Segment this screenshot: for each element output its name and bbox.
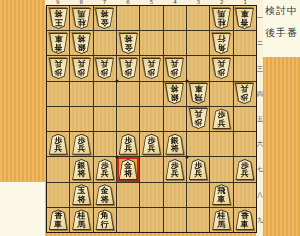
- shogi-piece-66-sente[interactable]: 歩 兵: [119, 134, 138, 155]
- board-cell[interactable]: 歩 兵: [70, 132, 92, 156]
- board-cell[interactable]: [234, 107, 256, 131]
- hoshi-dot: [115, 155, 118, 158]
- piece-kanji: 銀 将: [72, 159, 91, 180]
- piece-kanji: 角 行: [212, 33, 231, 54]
- board-cell[interactable]: [210, 132, 232, 156]
- piece-kanji: 玉 将: [72, 184, 91, 205]
- board-cell[interactable]: [117, 208, 139, 232]
- piece-kanji: 歩 兵: [95, 159, 114, 180]
- board-cell[interactable]: 歩 兵: [164, 56, 186, 80]
- piece-kanji: 桂 馬: [72, 8, 91, 29]
- piece-kanji: 飛 車: [212, 184, 231, 205]
- board-cell[interactable]: 香 車: [47, 31, 69, 55]
- board-cell[interactable]: 歩 兵: [94, 157, 116, 181]
- shogi-piece-14-gote[interactable]: 歩 兵: [235, 83, 254, 104]
- piece-kanji: 金 将: [119, 159, 138, 180]
- board-cell[interactable]: 銀 将: [164, 82, 186, 106]
- piece-kanji: 歩 兵: [165, 159, 184, 180]
- board-cell[interactable]: 桂 馬: [70, 208, 92, 232]
- shogi-piece-53-gote[interactable]: 歩 兵: [142, 58, 161, 79]
- rank-label: 五: [257, 107, 263, 132]
- rank-labels: 一二三四五六七八九: [257, 6, 263, 233]
- piece-kanji: 歩 兵: [119, 58, 138, 79]
- piece-kanji: 歩 兵: [49, 58, 68, 79]
- shogi-piece-96-sente[interactable]: 歩 兵: [49, 134, 68, 155]
- board-cell[interactable]: 王 将: [47, 6, 69, 30]
- shogi-piece-19-sente[interactable]: 香 車: [235, 209, 254, 230]
- board-cell[interactable]: [117, 107, 139, 131]
- board-cell[interactable]: [234, 183, 256, 207]
- board-cell[interactable]: [210, 82, 232, 106]
- shogi-piece-77-sente[interactable]: 歩 兵: [95, 159, 114, 180]
- board-cell[interactable]: 金 将: [117, 31, 139, 55]
- shogi-piece-91-gote[interactable]: 王 将: [49, 8, 68, 29]
- board-cell[interactable]: [234, 132, 256, 156]
- rank-label: 八: [257, 183, 263, 208]
- turn-indicator-label: 後手番: [265, 27, 298, 39]
- piece-kanji: 香 車: [235, 8, 254, 29]
- board-cell[interactable]: [94, 132, 116, 156]
- rank-label: 六: [257, 132, 263, 157]
- bottom-left-panel: [0, 182, 45, 236]
- board-cell[interactable]: [187, 56, 209, 80]
- board-cell[interactable]: [117, 183, 139, 207]
- piece-kanji: 歩 兵: [165, 58, 184, 79]
- shogi-piece-21-gote[interactable]: 桂 馬: [212, 8, 231, 29]
- board-cell[interactable]: [140, 157, 162, 181]
- board-cell[interactable]: 銀 将: [164, 132, 186, 156]
- board-cell[interactable]: [234, 56, 256, 80]
- board-cell[interactable]: 銀 将: [70, 31, 92, 55]
- shogi-piece-89-sente[interactable]: 桂 馬: [72, 209, 91, 230]
- shogi-piece-86-sente[interactable]: 歩 兵: [72, 134, 91, 155]
- piece-kanji: 歩 兵: [49, 134, 68, 155]
- board-cell[interactable]: [94, 82, 116, 106]
- board-cell[interactable]: [164, 6, 186, 30]
- board-cell[interactable]: 歩 兵: [47, 56, 69, 80]
- piece-kanji: 歩 兵: [235, 83, 254, 104]
- piece-kanji: 歩 兵: [212, 108, 231, 129]
- piece-kanji: 香 車: [49, 33, 68, 54]
- shogi-piece-92-gote[interactable]: 香 車: [49, 33, 68, 54]
- board-cell[interactable]: 玉 将: [70, 183, 92, 207]
- shogi-piece-28-sente[interactable]: 飛 車: [212, 184, 231, 205]
- board-cell[interactable]: 角 行: [94, 208, 116, 232]
- shogi-piece-87-sente[interactable]: 銀 将: [72, 159, 91, 180]
- board-cell[interactable]: 歩 兵: [117, 132, 139, 156]
- shogi-piece-29-sente[interactable]: 桂 馬: [212, 209, 231, 230]
- shogi-piece-17-sente[interactable]: 歩 兵: [235, 159, 254, 180]
- board-cell[interactable]: 歩 兵: [210, 107, 232, 131]
- board-cell[interactable]: 香 車: [47, 208, 69, 232]
- shogi-piece-67-sente[interactable]: 金 将: [119, 159, 138, 180]
- board-cell[interactable]: [47, 82, 69, 106]
- piece-kanji: 桂 馬: [72, 209, 91, 230]
- board-cell[interactable]: [164, 183, 186, 207]
- board-cell[interactable]: 歩 兵: [234, 82, 256, 106]
- piece-kanji: 香 車: [49, 209, 68, 230]
- rank-label: 三: [257, 56, 263, 81]
- shogi-piece-35-gote[interactable]: 歩 兵: [189, 108, 208, 129]
- board-cell[interactable]: [187, 6, 209, 30]
- shogi-piece-79-sente[interactable]: 角 行: [95, 209, 114, 230]
- piece-kanji: 香 車: [235, 209, 254, 230]
- board-cell[interactable]: 歩 兵: [140, 56, 162, 80]
- board-cell[interactable]: 歩 兵: [47, 132, 69, 156]
- shogi-piece-44-gote[interactable]: 銀 将: [165, 83, 184, 104]
- board-cell[interactable]: 香 車: [234, 208, 256, 232]
- shogi-piece-83-gote[interactable]: 歩 兵: [72, 58, 91, 79]
- piece-kanji: 歩 兵: [212, 58, 231, 79]
- piece-kanji: 飛 車: [189, 83, 208, 104]
- piece-kanji: 桂 馬: [212, 8, 231, 29]
- shogi-piece-34-gote[interactable]: 飛 車: [189, 83, 208, 104]
- board-cell[interactable]: [117, 6, 139, 30]
- piece-kanji: 歩 兵: [189, 108, 208, 129]
- shogi-piece-25-sente[interactable]: 歩 兵: [212, 108, 231, 129]
- board-cell[interactable]: 桂 馬: [210, 6, 232, 30]
- piece-kanji: 銀 将: [72, 33, 91, 54]
- shogi-piece-99-sente[interactable]: 香 車: [49, 209, 68, 230]
- board-cell[interactable]: [140, 208, 162, 232]
- piece-kanji: 金 将: [95, 184, 114, 205]
- piece-kanji: 歩 兵: [72, 58, 91, 79]
- board-cell[interactable]: [70, 82, 92, 106]
- board-cell[interactable]: 歩 兵: [140, 132, 162, 156]
- board-cell[interactable]: 金 将: [117, 157, 139, 181]
- board-cell[interactable]: [94, 31, 116, 55]
- board-cell[interactable]: [234, 31, 256, 55]
- board-cell[interactable]: [47, 183, 69, 207]
- board-cell[interactable]: 角 行: [210, 31, 232, 55]
- piece-kanji: 歩 兵: [189, 159, 208, 180]
- rank-label: 四: [257, 82, 263, 107]
- status-panel: 検討中 後手番: [263, 0, 300, 57]
- shogi-piece-43-gote[interactable]: 歩 兵: [165, 58, 184, 79]
- shogi-piece-93-gote[interactable]: 歩 兵: [49, 58, 68, 79]
- shogi-piece-22-gote[interactable]: 角 行: [212, 33, 231, 54]
- piece-kanji: 金 将: [95, 8, 114, 29]
- shogi-piece-73-gote[interactable]: 歩 兵: [95, 58, 114, 79]
- piece-kanji: 金 将: [119, 33, 138, 54]
- board-cell[interactable]: 歩 兵: [187, 157, 209, 181]
- shogi-piece-37-sente[interactable]: 歩 兵: [189, 159, 208, 180]
- shogi-piece-46-sente[interactable]: 銀 将: [165, 134, 184, 155]
- board-cell[interactable]: 歩 兵: [234, 157, 256, 181]
- shogi-board: 王 将桂 馬金 将桂 馬香 車香 車銀 将金 将角 行歩 兵歩 兵歩 兵歩 兵歩…: [46, 5, 257, 233]
- board-cell[interactable]: [117, 82, 139, 106]
- shogi-piece-82-gote[interactable]: 銀 将: [72, 33, 91, 54]
- piece-kanji: 歩 兵: [72, 134, 91, 155]
- board-cell[interactable]: [47, 107, 69, 131]
- shogi-piece-81-gote[interactable]: 桂 馬: [72, 8, 91, 29]
- hoshi-dot: [185, 80, 188, 83]
- piece-kanji: 王 将: [49, 8, 68, 29]
- board-cell[interactable]: 歩 兵: [164, 157, 186, 181]
- shogi-piece-78-sente[interactable]: 金 将: [95, 184, 114, 205]
- board-cell[interactable]: 飛 車: [187, 82, 209, 106]
- shogi-piece-11-gote[interactable]: 香 車: [235, 8, 254, 29]
- rank-label: 二: [257, 31, 263, 56]
- board-cell[interactable]: 金 将: [94, 6, 116, 30]
- board-grid: 王 将桂 馬金 将桂 馬香 車香 車銀 将金 将角 行歩 兵歩 兵歩 兵歩 兵歩…: [47, 6, 256, 232]
- board-cell[interactable]: [70, 107, 92, 131]
- board-cell[interactable]: [210, 157, 232, 181]
- piece-kanji: 歩 兵: [235, 159, 254, 180]
- board-cell[interactable]: [164, 107, 186, 131]
- board-cell[interactable]: [140, 6, 162, 30]
- piece-kanji: 歩 兵: [142, 58, 161, 79]
- analysis-status-label: 検討中: [265, 5, 298, 17]
- board-cell[interactable]: [187, 132, 209, 156]
- board-cell[interactable]: [187, 31, 209, 55]
- piece-kanji: 歩 兵: [119, 134, 138, 155]
- board-cell[interactable]: 歩 兵: [210, 56, 232, 80]
- shogi-piece-88-sente[interactable]: 玉 将: [72, 184, 91, 205]
- rank-label: 一: [257, 6, 263, 31]
- shogi-piece-56-sente[interactable]: 歩 兵: [142, 134, 161, 155]
- shogi-piece-62-gote[interactable]: 金 将: [119, 33, 138, 54]
- board-cell[interactable]: [140, 183, 162, 207]
- board-cell[interactable]: 香 車: [234, 6, 256, 30]
- board-cell[interactable]: [164, 208, 186, 232]
- piece-kanji: 桂 馬: [212, 209, 231, 230]
- board-cell[interactable]: 銀 将: [70, 157, 92, 181]
- board-cell[interactable]: [140, 107, 162, 131]
- piece-kanji: 歩 兵: [95, 58, 114, 79]
- board-cell[interactable]: [187, 183, 209, 207]
- hoshi-dot: [185, 155, 188, 158]
- hoshi-dot: [115, 80, 118, 83]
- board-cell[interactable]: [47, 157, 69, 181]
- piece-kanji: 歩 兵: [142, 134, 161, 155]
- board-cell[interactable]: 桂 馬: [210, 208, 232, 232]
- board-cell[interactable]: 桂 馬: [70, 6, 92, 30]
- rank-label: 七: [257, 157, 263, 182]
- board-cell[interactable]: [164, 31, 186, 55]
- shogi-app-screen: 検討中 後手番 987654321 一二三四五六七八九 王 将桂 馬金 将桂 馬…: [0, 0, 300, 236]
- board-cell[interactable]: 歩 兵: [187, 107, 209, 131]
- board-cell[interactable]: [140, 82, 162, 106]
- piece-kanji: 銀 将: [165, 83, 184, 104]
- shogi-piece-63-gote[interactable]: 歩 兵: [119, 58, 138, 79]
- piece-kanji: 角 行: [95, 209, 114, 230]
- shogi-piece-23-gote[interactable]: 歩 兵: [212, 58, 231, 79]
- board-cell[interactable]: 歩 兵: [70, 56, 92, 80]
- board-cell[interactable]: [94, 107, 116, 131]
- shogi-piece-71-gote[interactable]: 金 将: [95, 8, 114, 29]
- board-cell[interactable]: 飛 車: [210, 183, 232, 207]
- board-cell[interactable]: [140, 31, 162, 55]
- board-cell[interactable]: 歩 兵: [94, 56, 116, 80]
- board-cell[interactable]: 歩 兵: [117, 56, 139, 80]
- board-cell[interactable]: [187, 208, 209, 232]
- rank-label: 九: [257, 208, 263, 233]
- piece-kanji: 銀 将: [165, 134, 184, 155]
- board-cell[interactable]: 金 将: [94, 183, 116, 207]
- shogi-piece-47-sente[interactable]: 歩 兵: [165, 159, 184, 180]
